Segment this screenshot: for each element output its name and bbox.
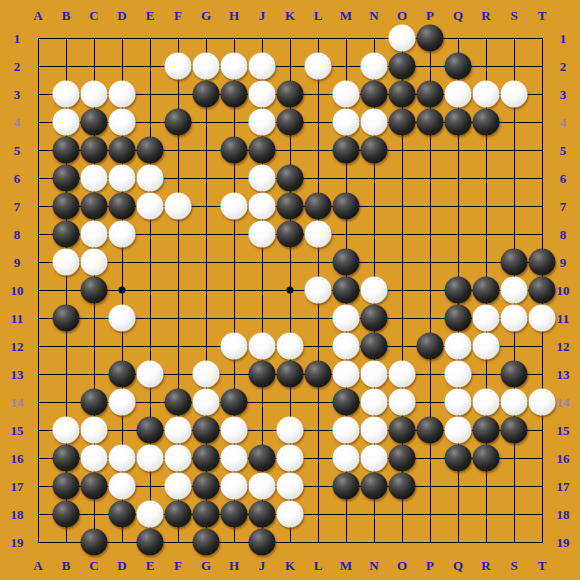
black-stone-Q16 — [445, 445, 472, 472]
column-label-top-H: H — [229, 9, 239, 22]
black-stone-F14 — [165, 389, 192, 416]
column-label-bottom-K: K — [285, 559, 295, 572]
column-label-bottom-H: H — [229, 559, 239, 572]
black-stone-J16 — [249, 445, 276, 472]
white-stone-L10 — [305, 277, 332, 304]
black-stone-J13 — [249, 361, 276, 388]
white-stone-K18 — [277, 501, 304, 528]
black-stone-P12 — [417, 333, 444, 360]
black-stone-N5 — [361, 137, 388, 164]
row-label-right-16: 16 — [557, 452, 570, 465]
black-stone-G3 — [193, 81, 220, 108]
row-label-left-3: 3 — [14, 88, 21, 101]
row-label-right-14: 14 — [557, 396, 570, 409]
row-label-left-7: 7 — [14, 200, 21, 213]
black-stone-J18 — [249, 501, 276, 528]
white-stone-T14 — [529, 389, 556, 416]
black-stone-C7 — [81, 193, 108, 220]
row-label-left-18: 18 — [11, 508, 24, 521]
column-label-top-F: F — [174, 9, 182, 22]
black-stone-M7 — [333, 193, 360, 220]
white-stone-S11 — [501, 305, 528, 332]
column-label-bottom-F: F — [174, 559, 182, 572]
white-stone-R14 — [473, 389, 500, 416]
white-stone-H2 — [221, 53, 248, 80]
white-stone-O14 — [389, 389, 416, 416]
row-label-left-5: 5 — [14, 144, 21, 157]
white-stone-N13 — [361, 361, 388, 388]
white-stone-C6 — [81, 165, 108, 192]
white-stone-Q14 — [445, 389, 472, 416]
row-label-left-8: 8 — [14, 228, 21, 241]
black-stone-H14 — [221, 389, 248, 416]
white-stone-M4 — [333, 109, 360, 136]
column-label-top-C: C — [89, 9, 98, 22]
white-stone-O13 — [389, 361, 416, 388]
black-stone-G16 — [193, 445, 220, 472]
white-stone-M13 — [333, 361, 360, 388]
white-stone-H15 — [221, 417, 248, 444]
row-label-right-12: 12 — [557, 340, 570, 353]
column-label-bottom-A: A — [33, 559, 42, 572]
row-label-right-17: 17 — [557, 480, 570, 493]
white-stone-F17 — [165, 473, 192, 500]
row-label-right-11: 11 — [557, 312, 569, 325]
white-stone-D3 — [109, 81, 136, 108]
black-stone-C19 — [81, 529, 108, 556]
black-stone-D5 — [109, 137, 136, 164]
white-stone-L2 — [305, 53, 332, 80]
white-stone-D17 — [109, 473, 136, 500]
white-stone-S14 — [501, 389, 528, 416]
column-label-top-M: M — [340, 9, 352, 22]
column-label-bottom-O: O — [397, 559, 407, 572]
white-stone-J2 — [249, 53, 276, 80]
row-label-right-8: 8 — [560, 228, 567, 241]
black-stone-F18 — [165, 501, 192, 528]
white-stone-G2 — [193, 53, 220, 80]
row-label-right-2: 2 — [560, 60, 567, 73]
white-stone-G13 — [193, 361, 220, 388]
black-stone-B18 — [53, 501, 80, 528]
column-label-bottom-N: N — [369, 559, 378, 572]
column-label-bottom-G: G — [201, 559, 211, 572]
column-label-top-N: N — [369, 9, 378, 22]
white-stone-E7 — [137, 193, 164, 220]
white-stone-S10 — [501, 277, 528, 304]
white-stone-K17 — [277, 473, 304, 500]
black-stone-D7 — [109, 193, 136, 220]
row-label-right-9: 9 — [560, 256, 567, 269]
white-stone-M3 — [333, 81, 360, 108]
column-label-bottom-J: J — [259, 559, 266, 572]
black-stone-N12 — [361, 333, 388, 360]
row-label-right-18: 18 — [557, 508, 570, 521]
black-stone-O4 — [389, 109, 416, 136]
black-stone-C14 — [81, 389, 108, 416]
white-stone-L8 — [305, 221, 332, 248]
row-label-left-16: 16 — [11, 452, 24, 465]
black-stone-C10 — [81, 277, 108, 304]
white-stone-H7 — [221, 193, 248, 220]
column-label-top-P: P — [426, 9, 434, 22]
black-stone-N17 — [361, 473, 388, 500]
hoshi-point-D10 — [119, 287, 126, 294]
black-stone-S13 — [501, 361, 528, 388]
black-stone-O2 — [389, 53, 416, 80]
black-stone-H5 — [221, 137, 248, 164]
white-stone-Q13 — [445, 361, 472, 388]
black-stone-B16 — [53, 445, 80, 472]
white-stone-N4 — [361, 109, 388, 136]
black-stone-G17 — [193, 473, 220, 500]
white-stone-J12 — [249, 333, 276, 360]
white-stone-R11 — [473, 305, 500, 332]
row-label-left-14: 14 — [11, 396, 24, 409]
black-stone-H18 — [221, 501, 248, 528]
white-stone-D8 — [109, 221, 136, 248]
row-label-right-4: 4 — [560, 116, 567, 129]
row-label-left-12: 12 — [11, 340, 24, 353]
black-stone-Q11 — [445, 305, 472, 332]
black-stone-T9 — [529, 249, 556, 276]
black-stone-G18 — [193, 501, 220, 528]
black-stone-G19 — [193, 529, 220, 556]
black-stone-B5 — [53, 137, 80, 164]
black-stone-Q10 — [445, 277, 472, 304]
white-stone-M15 — [333, 417, 360, 444]
black-stone-T10 — [529, 277, 556, 304]
white-stone-N2 — [361, 53, 388, 80]
white-stone-H12 — [221, 333, 248, 360]
white-stone-O1 — [389, 25, 416, 52]
white-stone-E6 — [137, 165, 164, 192]
white-stone-D16 — [109, 445, 136, 472]
white-stone-D6 — [109, 165, 136, 192]
black-stone-O16 — [389, 445, 416, 472]
black-stone-B7 — [53, 193, 80, 220]
column-label-top-O: O — [397, 9, 407, 22]
white-stone-Q12 — [445, 333, 472, 360]
row-label-right-6: 6 — [560, 172, 567, 185]
white-stone-J8 — [249, 221, 276, 248]
column-label-bottom-D: D — [117, 559, 126, 572]
column-label-bottom-T: T — [538, 559, 547, 572]
column-label-top-D: D — [117, 9, 126, 22]
black-stone-N11 — [361, 305, 388, 332]
column-label-bottom-E: E — [146, 559, 155, 572]
black-stone-M14 — [333, 389, 360, 416]
column-label-bottom-Q: Q — [453, 559, 463, 572]
white-stone-H17 — [221, 473, 248, 500]
white-stone-K16 — [277, 445, 304, 472]
white-stone-K12 — [277, 333, 304, 360]
column-label-top-B: B — [62, 9, 71, 22]
black-stone-D13 — [109, 361, 136, 388]
black-stone-O3 — [389, 81, 416, 108]
white-stone-C9 — [81, 249, 108, 276]
column-label-top-T: T — [538, 9, 547, 22]
row-label-right-19: 19 — [557, 536, 570, 549]
black-stone-N3 — [361, 81, 388, 108]
white-stone-E18 — [137, 501, 164, 528]
black-stone-K7 — [277, 193, 304, 220]
row-label-left-13: 13 — [11, 368, 24, 381]
black-stone-D18 — [109, 501, 136, 528]
column-label-bottom-R: R — [481, 559, 490, 572]
black-stone-Q4 — [445, 109, 472, 136]
row-label-right-3: 3 — [560, 88, 567, 101]
column-label-top-L: L — [314, 9, 323, 22]
black-stone-P15 — [417, 417, 444, 444]
black-stone-H3 — [221, 81, 248, 108]
row-label-left-1: 1 — [14, 32, 21, 45]
black-stone-B11 — [53, 305, 80, 332]
black-stone-C17 — [81, 473, 108, 500]
white-stone-B15 — [53, 417, 80, 444]
black-stone-K6 — [277, 165, 304, 192]
white-stone-H16 — [221, 445, 248, 472]
column-label-top-E: E — [146, 9, 155, 22]
white-stone-N10 — [361, 277, 388, 304]
row-label-right-10: 10 — [557, 284, 570, 297]
black-stone-C5 — [81, 137, 108, 164]
white-stone-E16 — [137, 445, 164, 472]
white-stone-R3 — [473, 81, 500, 108]
black-stone-G15 — [193, 417, 220, 444]
black-stone-B8 — [53, 221, 80, 248]
black-stone-P4 — [417, 109, 444, 136]
white-stone-N14 — [361, 389, 388, 416]
white-stone-N16 — [361, 445, 388, 472]
black-stone-B17 — [53, 473, 80, 500]
row-label-left-15: 15 — [11, 424, 24, 437]
column-label-bottom-M: M — [340, 559, 352, 572]
black-stone-K4 — [277, 109, 304, 136]
black-stone-M17 — [333, 473, 360, 500]
row-label-right-7: 7 — [560, 200, 567, 213]
black-stone-P3 — [417, 81, 444, 108]
column-label-top-A: A — [33, 9, 42, 22]
black-stone-L13 — [305, 361, 332, 388]
column-label-bottom-C: C — [89, 559, 98, 572]
row-label-left-2: 2 — [14, 60, 21, 73]
white-stone-C15 — [81, 417, 108, 444]
black-stone-R16 — [473, 445, 500, 472]
white-stone-J6 — [249, 165, 276, 192]
column-label-top-S: S — [510, 9, 517, 22]
row-label-left-9: 9 — [14, 256, 21, 269]
black-stone-P1 — [417, 25, 444, 52]
white-stone-D4 — [109, 109, 136, 136]
white-stone-E13 — [137, 361, 164, 388]
column-label-bottom-S: S — [510, 559, 517, 572]
white-stone-F16 — [165, 445, 192, 472]
black-stone-F4 — [165, 109, 192, 136]
white-stone-J17 — [249, 473, 276, 500]
black-stone-R10 — [473, 277, 500, 304]
white-stone-R12 — [473, 333, 500, 360]
white-stone-F15 — [165, 417, 192, 444]
row-label-left-19: 19 — [11, 536, 24, 549]
black-stone-R4 — [473, 109, 500, 136]
white-stone-J4 — [249, 109, 276, 136]
black-stone-L7 — [305, 193, 332, 220]
white-stone-F7 — [165, 193, 192, 220]
white-stone-S3 — [501, 81, 528, 108]
white-stone-D14 — [109, 389, 136, 416]
row-label-right-1: 1 — [560, 32, 567, 45]
white-stone-F2 — [165, 53, 192, 80]
white-stone-K15 — [277, 417, 304, 444]
hoshi-point-K10 — [287, 287, 294, 294]
black-stone-K13 — [277, 361, 304, 388]
black-stone-R15 — [473, 417, 500, 444]
column-label-bottom-P: P — [426, 559, 434, 572]
black-stone-M10 — [333, 277, 360, 304]
black-stone-J5 — [249, 137, 276, 164]
column-label-top-K: K — [285, 9, 295, 22]
white-stone-C3 — [81, 81, 108, 108]
row-label-right-13: 13 — [557, 368, 570, 381]
white-stone-M11 — [333, 305, 360, 332]
black-stone-S15 — [501, 417, 528, 444]
black-stone-O15 — [389, 417, 416, 444]
black-stone-B6 — [53, 165, 80, 192]
column-label-top-J: J — [259, 9, 266, 22]
black-stone-J19 — [249, 529, 276, 556]
white-stone-J7 — [249, 193, 276, 220]
grid-line-horizontal — [38, 542, 543, 543]
row-label-left-4: 4 — [14, 116, 21, 129]
go-board[interactable]: AABBCCDDEEFFGGHHJJKKLLMMNNOOPPQQRRSSTT11… — [0, 0, 580, 580]
column-label-bottom-B: B — [62, 559, 71, 572]
white-stone-C16 — [81, 445, 108, 472]
row-label-left-17: 17 — [11, 480, 24, 493]
black-stone-K3 — [277, 81, 304, 108]
white-stone-B3 — [53, 81, 80, 108]
white-stone-Q15 — [445, 417, 472, 444]
white-stone-B9 — [53, 249, 80, 276]
white-stone-B4 — [53, 109, 80, 136]
black-stone-S9 — [501, 249, 528, 276]
white-stone-M16 — [333, 445, 360, 472]
column-label-top-Q: Q — [453, 9, 463, 22]
row-label-right-15: 15 — [557, 424, 570, 437]
black-stone-E15 — [137, 417, 164, 444]
white-stone-Q3 — [445, 81, 472, 108]
black-stone-M9 — [333, 249, 360, 276]
black-stone-E19 — [137, 529, 164, 556]
white-stone-M12 — [333, 333, 360, 360]
column-label-bottom-L: L — [314, 559, 323, 572]
white-stone-C8 — [81, 221, 108, 248]
column-label-top-R: R — [481, 9, 490, 22]
black-stone-C4 — [81, 109, 108, 136]
black-stone-Q2 — [445, 53, 472, 80]
row-label-left-6: 6 — [14, 172, 21, 185]
row-label-left-11: 11 — [11, 312, 23, 325]
column-label-top-G: G — [201, 9, 211, 22]
black-stone-E5 — [137, 137, 164, 164]
white-stone-G14 — [193, 389, 220, 416]
white-stone-N15 — [361, 417, 388, 444]
white-stone-T11 — [529, 305, 556, 332]
black-stone-O17 — [389, 473, 416, 500]
black-stone-M5 — [333, 137, 360, 164]
white-stone-D11 — [109, 305, 136, 332]
white-stone-J3 — [249, 81, 276, 108]
black-stone-K8 — [277, 221, 304, 248]
row-label-left-10: 10 — [11, 284, 24, 297]
row-label-right-5: 5 — [560, 144, 567, 157]
